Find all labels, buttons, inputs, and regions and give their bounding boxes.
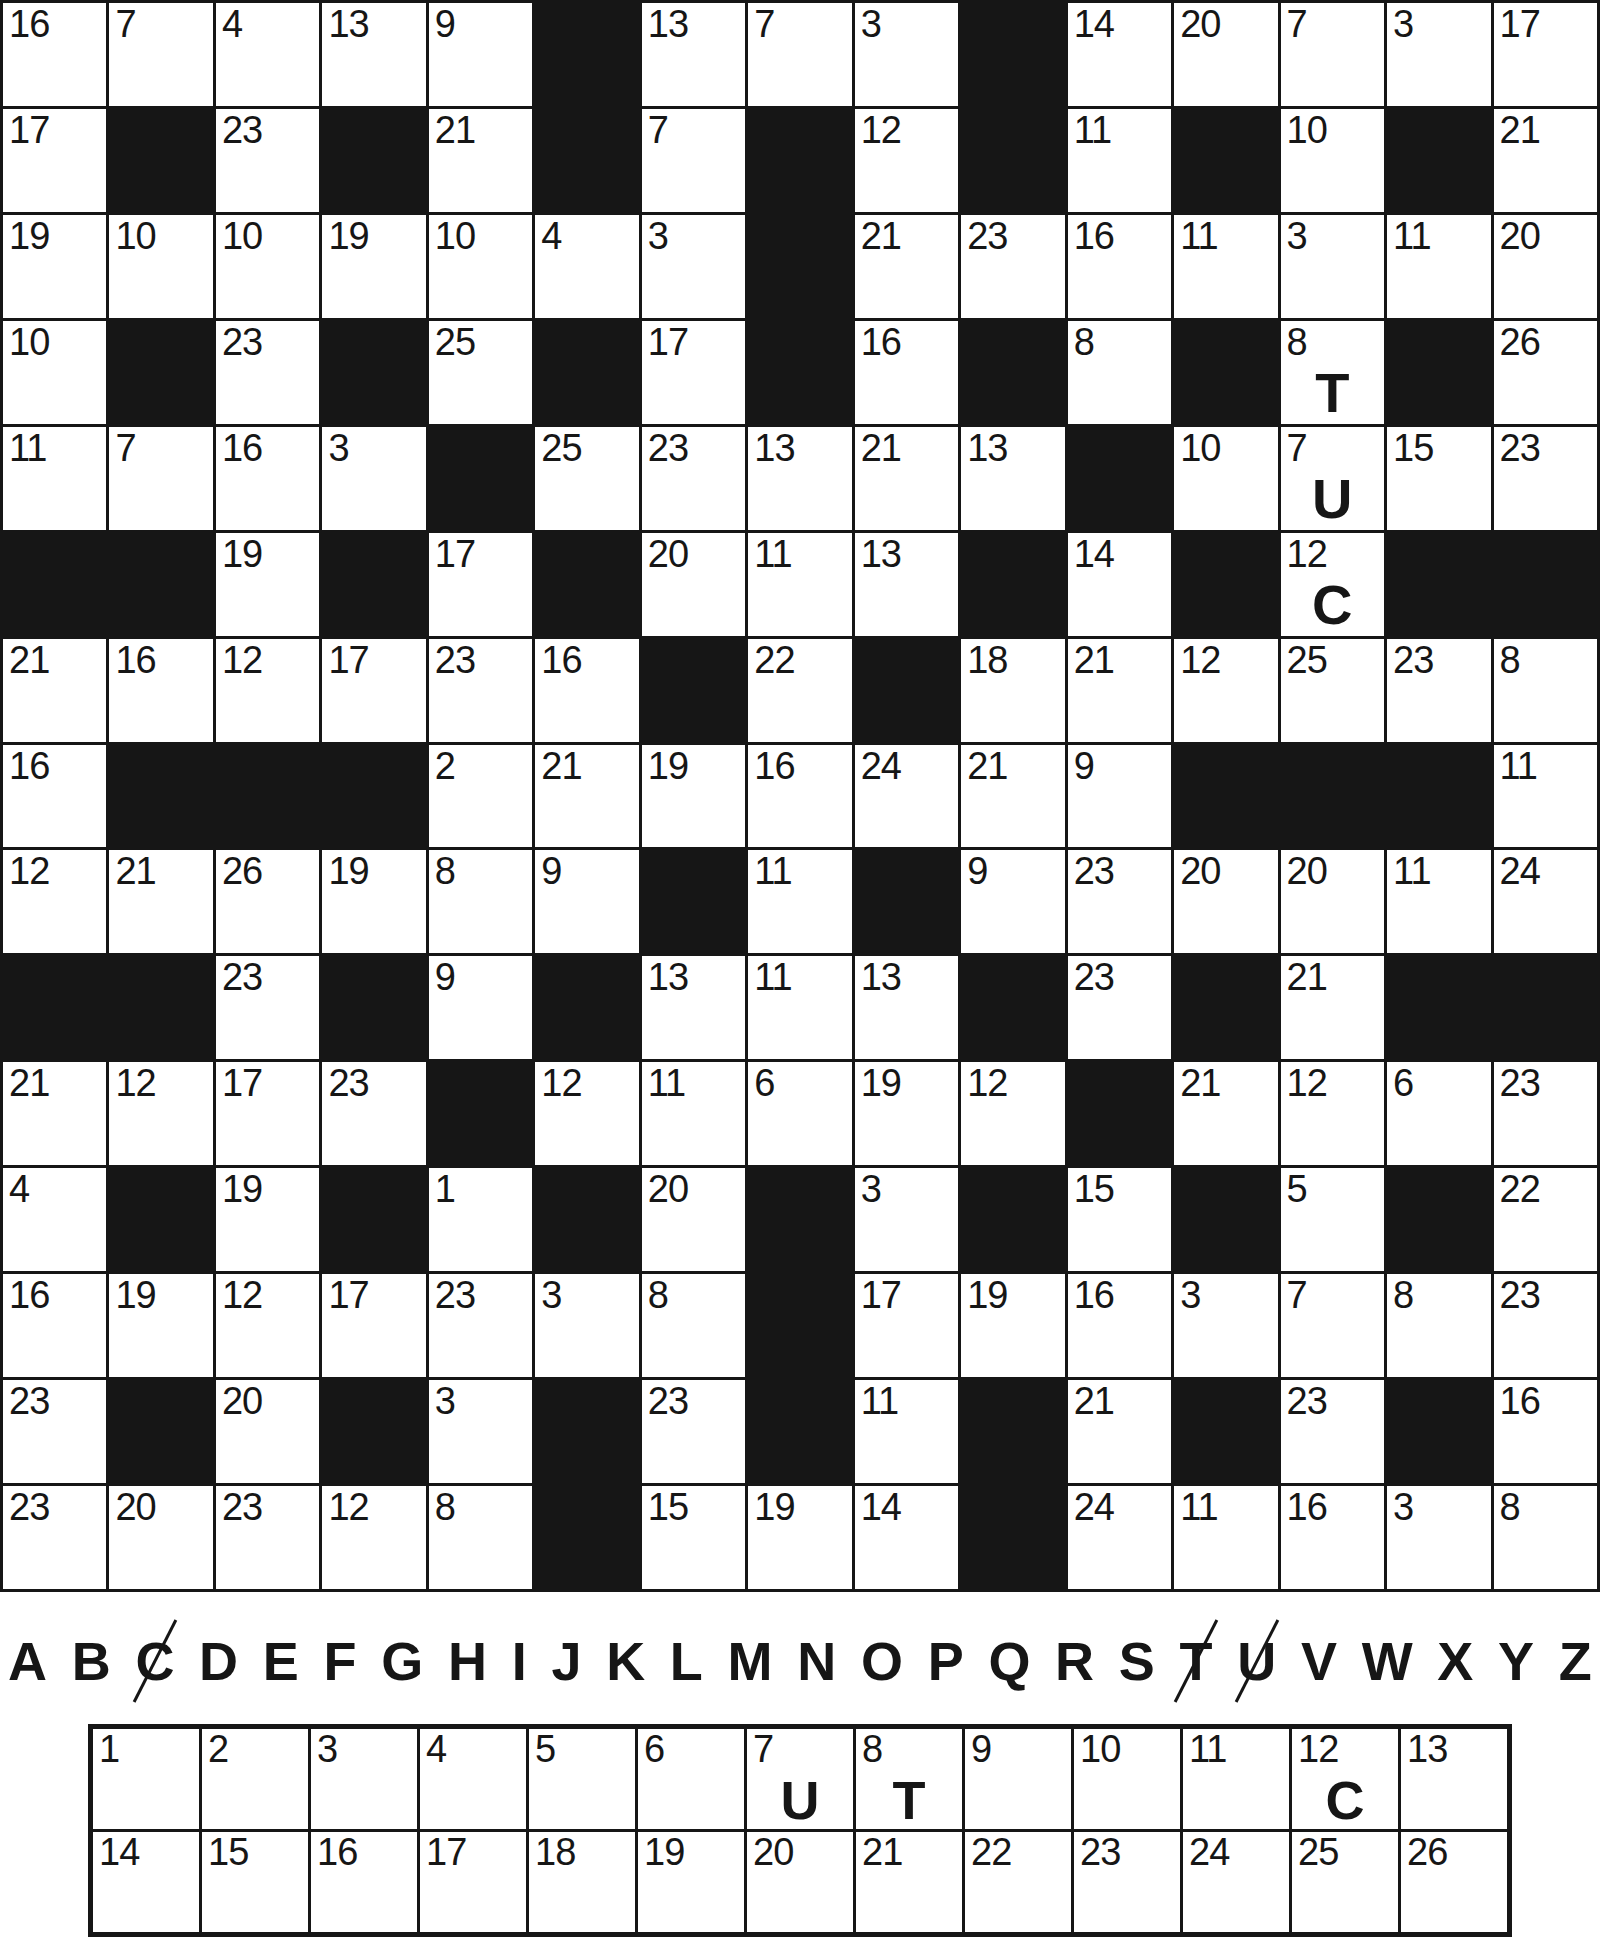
grid-cell-r9c10[interactable]: 9 (961, 850, 1064, 953)
grid-cell-r9c13[interactable]: 20 (1281, 850, 1384, 953)
grid-cell-r7c6[interactable]: 16 (535, 639, 638, 742)
black-cell-r8c2 (109, 745, 212, 848)
grid-cell-r5c4[interactable]: 3 (322, 427, 425, 530)
grid-cell-r5c9[interactable]: 21 (855, 427, 958, 530)
black-cell-r12c10 (961, 1168, 1064, 1271)
grid-cell-r8c15[interactable]: 11 (1494, 745, 1597, 848)
grid-cell-r15c4[interactable]: 12 (322, 1486, 425, 1589)
cell-number: 11 (1180, 216, 1217, 257)
alphabet-letter-V[interactable]: V (1301, 1626, 1337, 1696)
grid-cell-r13c4[interactable]: 17 (322, 1274, 425, 1377)
alphabet-letter-B[interactable]: B (72, 1626, 111, 1696)
grid-cell-r13c11[interactable]: 16 (1068, 1274, 1171, 1377)
grid-cell-r13c5[interactable]: 23 (429, 1274, 532, 1377)
alphabet-letter-C[interactable]: C (135, 1626, 174, 1696)
grid-cell-r13c14[interactable]: 8 (1387, 1274, 1490, 1377)
grid-cell-r1c14[interactable]: 3 (1387, 3, 1490, 106)
grid-cell-r2c13[interactable]: 10 (1281, 109, 1384, 212)
alphabet-letter-U[interactable]: U (1237, 1626, 1276, 1696)
black-cell-r12c12 (1174, 1168, 1277, 1271)
cell-number: 13 (861, 957, 901, 998)
ref-cell-25[interactable]: 25 (1292, 1832, 1398, 1932)
grid-cell-r3c2[interactable]: 10 (109, 215, 212, 318)
grid-cell-r13c2[interactable]: 19 (109, 1274, 212, 1377)
ref-cell-20[interactable]: 20 (747, 1832, 853, 1932)
grid-cell-r13c1[interactable]: 16 (3, 1274, 106, 1377)
ref-cell-17[interactable]: 17 (420, 1832, 526, 1932)
grid-cell-r11c4[interactable]: 23 (322, 1062, 425, 1165)
grid-cell-r13c9[interactable]: 17 (855, 1274, 958, 1377)
alphabet-letter-N[interactable]: N (797, 1626, 836, 1696)
cell-number: 21 (1074, 1381, 1114, 1422)
grid-cell-r3c6[interactable]: 4 (535, 215, 638, 318)
alphabet-letter-A[interactable]: A (8, 1626, 47, 1696)
cell-number: 11 (1393, 216, 1430, 257)
grid-cell-r6c3[interactable]: 19 (216, 533, 319, 636)
grid-cell-r11c14[interactable]: 6 (1387, 1062, 1490, 1165)
black-cell-r6c1 (3, 533, 106, 636)
grid-cell-r11c13[interactable]: 12 (1281, 1062, 1384, 1165)
grid-cell-r9c2[interactable]: 21 (109, 850, 212, 953)
grid-cell-r1c7[interactable]: 13 (642, 3, 745, 106)
alphabet-letter-D[interactable]: D (199, 1626, 238, 1696)
grid-cell-r9c11[interactable]: 23 (1068, 850, 1171, 953)
grid-cell-r1c13[interactable]: 7 (1281, 3, 1384, 106)
alphabet-letter-M[interactable]: M (728, 1626, 773, 1696)
grid-cell-r11c8[interactable]: 6 (748, 1062, 851, 1165)
grid-cell-r8c5[interactable]: 2 (429, 745, 532, 848)
black-cell-r14c10 (961, 1380, 1064, 1483)
ref-number: 5 (535, 1729, 555, 1770)
grid-cell-r9c6[interactable]: 9 (535, 850, 638, 953)
alphabet-letter-S[interactable]: S (1119, 1626, 1155, 1696)
grid-cell-r9c12[interactable]: 20 (1174, 850, 1277, 953)
grid-cell-r4c13[interactable]: 8T (1281, 321, 1384, 424)
grid-cell-r4c15[interactable]: 26 (1494, 321, 1597, 424)
cell-number: 19 (222, 1169, 262, 1210)
grid-cell-r15c8[interactable]: 19 (748, 1486, 851, 1589)
black-cell-r4c2 (109, 321, 212, 424)
grid-cell-r1c3[interactable]: 4 (216, 3, 319, 106)
ref-cell-12[interactable]: 12C (1292, 1729, 1398, 1829)
grid-cell-r13c6[interactable]: 3 (535, 1274, 638, 1377)
grid-cell-r2c1[interactable]: 17 (3, 109, 106, 212)
black-cell-r2c14 (1387, 109, 1490, 212)
ref-cell-2[interactable]: 2 (202, 1729, 308, 1829)
grid-cell-r14c11[interactable]: 21 (1068, 1380, 1171, 1483)
cell-number: 17 (648, 322, 688, 363)
ref-cell-21[interactable]: 21 (856, 1832, 962, 1932)
cell-number: 3 (861, 1169, 881, 1210)
grid-cell-r2c3[interactable]: 23 (216, 109, 319, 212)
grid-cell-r3c9[interactable]: 21 (855, 215, 958, 318)
cell-number: 10 (1180, 428, 1220, 469)
grid-cell-r3c7[interactable]: 3 (642, 215, 745, 318)
grid-cell-r12c15[interactable]: 22 (1494, 1168, 1597, 1271)
cell-number: 11 (9, 428, 46, 469)
ref-cell-15[interactable]: 15 (202, 1832, 308, 1932)
ref-cell-6[interactable]: 6 (638, 1729, 744, 1829)
cell-number: 9 (435, 4, 455, 45)
grid-cell-r13c12[interactable]: 3 (1174, 1274, 1277, 1377)
grid-cell-r7c15[interactable]: 8 (1494, 639, 1597, 742)
grid-cell-r11c12[interactable]: 21 (1174, 1062, 1277, 1165)
cell-number: 24 (1500, 851, 1540, 892)
alphabet-letter-H[interactable]: H (448, 1626, 487, 1696)
cell-number: 5 (1287, 1169, 1307, 1210)
grid-cell-r7c8[interactable]: 22 (748, 639, 851, 742)
grid-cell-r15c5[interactable]: 8 (429, 1486, 532, 1589)
cell-number: 17 (435, 534, 475, 575)
grid-cell-r4c7[interactable]: 17 (642, 321, 745, 424)
cell-number: 16 (1074, 216, 1114, 257)
alphabet-letter-O[interactable]: O (861, 1626, 903, 1696)
cell-number: 23 (967, 216, 1007, 257)
grid-cell-r3c12[interactable]: 11 (1174, 215, 1277, 318)
grid-cell-r8c1[interactable]: 16 (3, 745, 106, 848)
grid-cell-r5c6[interactable]: 25 (535, 427, 638, 530)
ref-cell-19[interactable]: 19 (638, 1832, 744, 1932)
black-cell-r12c2 (109, 1168, 212, 1271)
grid-cell-r12c5[interactable]: 1 (429, 1168, 532, 1271)
grid-cell-r3c1[interactable]: 19 (3, 215, 106, 318)
grid-cell-r15c9[interactable]: 14 (855, 1486, 958, 1589)
alphabet-letter-W[interactable]: W (1362, 1626, 1413, 1696)
alphabet-letter-I[interactable]: I (512, 1626, 527, 1696)
grid-cell-r15c11[interactable]: 24 (1068, 1486, 1171, 1589)
cell-number: 21 (1074, 640, 1114, 681)
alphabet-letter-E[interactable]: E (263, 1626, 299, 1696)
grid-cell-r13c7[interactable]: 8 (642, 1274, 745, 1377)
grid-cell-r11c1[interactable]: 21 (3, 1062, 106, 1165)
black-cell-r2c4 (322, 109, 425, 212)
cell-number: 26 (1500, 322, 1540, 363)
ref-cell-11[interactable]: 11 (1183, 1729, 1289, 1829)
cell-number: 6 (754, 1063, 774, 1104)
cell-number: 13 (328, 4, 368, 45)
grid-cell-r8c7[interactable]: 19 (642, 745, 745, 848)
grid-cell-r15c12[interactable]: 11 (1174, 1486, 1277, 1589)
grid-cell-r1c11[interactable]: 14 (1068, 3, 1171, 106)
page: 1674139137314207317172321712111021191010… (0, 0, 1600, 1937)
grid-cell-r15c2[interactable]: 20 (109, 1486, 212, 1589)
grid-cell-r8c8[interactable]: 16 (748, 745, 851, 848)
grid-cell-r9c14[interactable]: 11 (1387, 850, 1490, 953)
grid-cell-r9c5[interactable]: 8 (429, 850, 532, 953)
black-cell-r1c10 (961, 3, 1064, 106)
grid-cell-r9c15[interactable]: 24 (1494, 850, 1597, 953)
grid-cell-r3c10[interactable]: 23 (961, 215, 1064, 318)
ref-number: 23 (1080, 1832, 1120, 1873)
grid-cell-r8c6[interactable]: 21 (535, 745, 638, 848)
cell-number: 13 (754, 428, 794, 469)
grid-cell-r9c4[interactable]: 19 (322, 850, 425, 953)
black-cell-r4c12 (1174, 321, 1277, 424)
alphabet-letter-Y[interactable]: Y (1498, 1626, 1534, 1696)
cell-number: 23 (1500, 428, 1540, 469)
grid-cell-r1c1[interactable]: 16 (3, 3, 106, 106)
grid-cell-r14c7[interactable]: 23 (642, 1380, 745, 1483)
cell-number: 25 (435, 322, 475, 363)
grid-cell-r10c11[interactable]: 23 (1068, 956, 1171, 1059)
grid-cell-r12c7[interactable]: 20 (642, 1168, 745, 1271)
ref-letter: C (1292, 1773, 1398, 1827)
grid-cell-r4c5[interactable]: 25 (429, 321, 532, 424)
grid-cell-r10c7[interactable]: 13 (642, 956, 745, 1059)
ref-number: 9 (971, 1729, 991, 1770)
cell-number: 13 (861, 534, 901, 575)
alphabet-letter-P[interactable]: P (928, 1626, 964, 1696)
ref-cell-26[interactable]: 26 (1401, 1832, 1507, 1932)
grid-cell-r4c1[interactable]: 10 (3, 321, 106, 424)
grid-cell-r14c9[interactable]: 11 (855, 1380, 958, 1483)
black-cell-r10c1 (3, 956, 106, 1059)
cell-number: 2 (435, 746, 455, 787)
grid-cell-r1c2[interactable]: 7 (109, 3, 212, 106)
grid-cell-r5c3[interactable]: 16 (216, 427, 319, 530)
black-cell-r11c5 (429, 1062, 532, 1165)
grid-cell-r2c7[interactable]: 7 (642, 109, 745, 212)
ref-cell-24[interactable]: 24 (1183, 1832, 1289, 1932)
grid-cell-r3c15[interactable]: 20 (1494, 215, 1597, 318)
grid-cell-r12c3[interactable]: 19 (216, 1168, 319, 1271)
grid-cell-r5c14[interactable]: 15 (1387, 427, 1490, 530)
cell-number: 3 (648, 216, 668, 257)
grid-cell-r9c1[interactable]: 12 (3, 850, 106, 953)
grid-cell-r11c15[interactable]: 23 (1494, 1062, 1597, 1165)
grid-cell-r7c2[interactable]: 16 (109, 639, 212, 742)
cell-number: 3 (1287, 216, 1307, 257)
ref-cell-9[interactable]: 9 (965, 1729, 1071, 1829)
grid-cell-r5c15[interactable]: 23 (1494, 427, 1597, 530)
cell-number: 19 (754, 1487, 794, 1528)
grid-cell-r7c13[interactable]: 25 (1281, 639, 1384, 742)
ref-cell-4[interactable]: 4 (420, 1729, 526, 1829)
grid-cell-r3c13[interactable]: 3 (1281, 215, 1384, 318)
grid-cell-r8c10[interactable]: 21 (961, 745, 1064, 848)
grid-cell-r7c14[interactable]: 23 (1387, 639, 1490, 742)
ref-cell-1[interactable]: 1 (93, 1729, 199, 1829)
ref-cell-18[interactable]: 18 (529, 1832, 635, 1932)
cell-number: 6 (1393, 1063, 1413, 1104)
grid-cell-r11c6[interactable]: 12 (535, 1062, 638, 1165)
grid-cell-r1c8[interactable]: 7 (748, 3, 851, 106)
grid-cell-r10c3[interactable]: 23 (216, 956, 319, 1059)
grid-cell-r7c11[interactable]: 21 (1068, 639, 1171, 742)
alphabet-letter-K[interactable]: K (606, 1626, 645, 1696)
grid-cell-r7c10[interactable]: 18 (961, 639, 1064, 742)
cell-number: 19 (328, 216, 368, 257)
grid-cell-r11c10[interactable]: 12 (961, 1062, 1064, 1165)
cell-number: 16 (754, 746, 794, 787)
ref-cell-22[interactable]: 22 (965, 1832, 1071, 1932)
grid-cell-r11c3[interactable]: 17 (216, 1062, 319, 1165)
grid-cell-r12c1[interactable]: 4 (3, 1168, 106, 1271)
cell-number: 21 (541, 746, 581, 787)
cell-number: 3 (435, 1381, 455, 1422)
grid-cell-r10c5[interactable]: 9 (429, 956, 532, 1059)
grid-cell-r3c11[interactable]: 16 (1068, 215, 1171, 318)
cell-number: 9 (967, 851, 987, 892)
grid-cell-r5c8[interactable]: 13 (748, 427, 851, 530)
grid-cell-r11c2[interactable]: 12 (109, 1062, 212, 1165)
grid-cell-r1c5[interactable]: 9 (429, 3, 532, 106)
alphabet-letter-L[interactable]: L (670, 1626, 703, 1696)
ref-cell-23[interactable]: 23 (1074, 1832, 1180, 1932)
grid-cell-r1c12[interactable]: 20 (1174, 3, 1277, 106)
ref-cell-8[interactable]: 8T (856, 1729, 962, 1829)
grid-cell-r1c15[interactable]: 17 (1494, 3, 1597, 106)
grid-cell-r10c8[interactable]: 11 (748, 956, 851, 1059)
ref-cell-7[interactable]: 7U (747, 1729, 853, 1829)
grid-cell-r6c8[interactable]: 11 (748, 533, 851, 636)
grid-cell-r10c13[interactable]: 21 (1281, 956, 1384, 1059)
ref-number: 24 (1189, 1832, 1229, 1873)
cell-number: 23 (9, 1487, 49, 1528)
grid-cell-r2c15[interactable]: 21 (1494, 109, 1597, 212)
cell-number: 15 (1074, 1169, 1114, 1210)
black-cell-r8c13 (1281, 745, 1384, 848)
black-cell-r14c8 (748, 1380, 851, 1483)
alphabet-letter-Z[interactable]: Z (1559, 1626, 1592, 1696)
grid-cell-r13c15[interactable]: 23 (1494, 1274, 1597, 1377)
black-cell-r10c6 (535, 956, 638, 1059)
cell-number: 14 (861, 1487, 901, 1528)
grid-cell-r3c14[interactable]: 11 (1387, 215, 1490, 318)
alphabet-letter-X[interactable]: X (1437, 1626, 1473, 1696)
cell-number: 13 (648, 4, 688, 45)
cell-number: 3 (1393, 4, 1413, 45)
grid-cell-r12c13[interactable]: 5 (1281, 1168, 1384, 1271)
grid-cell-r1c9[interactable]: 3 (855, 3, 958, 106)
grid-cell-r15c7[interactable]: 15 (642, 1486, 745, 1589)
grid-cell-r15c3[interactable]: 23 (216, 1486, 319, 1589)
grid-cell-r13c3[interactable]: 12 (216, 1274, 319, 1377)
black-cell-r7c9 (855, 639, 958, 742)
cell-number: 16 (9, 746, 49, 787)
cell-number: 23 (435, 1275, 475, 1316)
ref-cell-16[interactable]: 16 (311, 1832, 417, 1932)
grid-cell-r7c3[interactable]: 12 (216, 639, 319, 742)
grid-cell-r6c13[interactable]: 12C (1281, 533, 1384, 636)
black-cell-r4c4 (322, 321, 425, 424)
grid-cell-r14c1[interactable]: 23 (3, 1380, 106, 1483)
black-cell-r3c8 (748, 215, 851, 318)
grid-cell-r8c9[interactable]: 24 (855, 745, 958, 848)
black-cell-r6c15 (1494, 533, 1597, 636)
grid-cell-r7c1[interactable]: 21 (3, 639, 106, 742)
cell-number: 19 (222, 534, 262, 575)
alphabet-letter-Q[interactable]: Q (988, 1626, 1030, 1696)
reference-table: 1234567U8T9101112C1314151617181920212223… (88, 1724, 1512, 1937)
grid-cell-r4c3[interactable]: 23 (216, 321, 319, 424)
grid-cell-r14c13[interactable]: 23 (1281, 1380, 1384, 1483)
grid-cell-r5c10[interactable]: 13 (961, 427, 1064, 530)
grid-cell-r14c3[interactable]: 20 (216, 1380, 319, 1483)
cell-number: 12 (541, 1063, 581, 1104)
ref-number: 15 (208, 1832, 248, 1873)
grid-cell-r15c14[interactable]: 3 (1387, 1486, 1490, 1589)
ref-cell-10[interactable]: 10 (1074, 1729, 1180, 1829)
black-cell-r8c4 (322, 745, 425, 848)
cell-number: 23 (1500, 1275, 1540, 1316)
grid-cell-r3c4[interactable]: 19 (322, 215, 425, 318)
grid-cell-r4c9[interactable]: 16 (855, 321, 958, 424)
cell-number: 8 (1500, 640, 1520, 681)
grid-cell-r6c5[interactable]: 17 (429, 533, 532, 636)
grid-cell-r5c2[interactable]: 7 (109, 427, 212, 530)
grid-cell-r5c1[interactable]: 11 (3, 427, 106, 530)
cell-number: 15 (648, 1487, 688, 1528)
grid-cell-r7c5[interactable]: 23 (429, 639, 532, 742)
black-cell-r14c6 (535, 1380, 638, 1483)
grid-cell-r15c1[interactable]: 23 (3, 1486, 106, 1589)
grid-cell-r14c5[interactable]: 3 (429, 1380, 532, 1483)
grid-cell-r6c9[interactable]: 13 (855, 533, 958, 636)
alphabet-letter-F[interactable]: F (324, 1626, 357, 1696)
cell-number: 8 (1074, 322, 1094, 363)
grid-cell-r5c7[interactable]: 23 (642, 427, 745, 530)
grid-cell-r2c5[interactable]: 21 (429, 109, 532, 212)
ref-cell-3[interactable]: 3 (311, 1729, 417, 1829)
grid-cell-r6c7[interactable]: 20 (642, 533, 745, 636)
grid-cell-r13c13[interactable]: 7 (1281, 1274, 1384, 1377)
alphabet-letter-R[interactable]: R (1055, 1626, 1094, 1696)
ref-cell-14[interactable]: 14 (93, 1832, 199, 1932)
cell-number: 12 (9, 851, 49, 892)
grid-cell-r2c11[interactable]: 11 (1068, 109, 1171, 212)
grid-cell-r15c15[interactable]: 8 (1494, 1486, 1597, 1589)
grid-cell-r7c4[interactable]: 17 (322, 639, 425, 742)
grid-cell-r12c9[interactable]: 3 (855, 1168, 958, 1271)
ref-cell-5[interactable]: 5 (529, 1729, 635, 1829)
grid-cell-r3c5[interactable]: 10 (429, 215, 532, 318)
grid-cell-r14c15[interactable]: 16 (1494, 1380, 1597, 1483)
grid-cell-r12c11[interactable]: 15 (1068, 1168, 1171, 1271)
cell-number: 3 (541, 1275, 561, 1316)
cell-number: 23 (1393, 640, 1433, 681)
cell-number: 10 (435, 216, 475, 257)
grid-cell-r5c12[interactable]: 10 (1174, 427, 1277, 530)
grid-cell-r4c11[interactable]: 8 (1068, 321, 1171, 424)
grid-cell-r15c13[interactable]: 16 (1281, 1486, 1384, 1589)
grid-cell-r6c11[interactable]: 14 (1068, 533, 1171, 636)
grid-cell-r11c9[interactable]: 19 (855, 1062, 958, 1165)
grid-cell-r11c7[interactable]: 11 (642, 1062, 745, 1165)
grid-cell-r2c9[interactable]: 12 (855, 109, 958, 212)
grid-cell-r13c10[interactable]: 19 (961, 1274, 1064, 1377)
grid-cell-r9c3[interactable]: 26 (216, 850, 319, 953)
grid-cell-r5c13[interactable]: 7U (1281, 427, 1384, 530)
grid-cell-r7c12[interactable]: 12 (1174, 639, 1277, 742)
cell-number: 7 (648, 110, 668, 151)
cell-number: 24 (861, 746, 901, 787)
alphabet-letter-J[interactable]: J (551, 1626, 581, 1696)
black-cell-r15c6 (535, 1486, 638, 1589)
alphabet-letter-G[interactable]: G (381, 1626, 423, 1696)
alphabet-letter-T[interactable]: T (1180, 1626, 1213, 1696)
grid-cell-r8c11[interactable]: 9 (1068, 745, 1171, 848)
grid-cell-r10c9[interactable]: 13 (855, 956, 958, 1059)
ref-number: 14 (99, 1832, 139, 1873)
grid-cell-r9c8[interactable]: 11 (748, 850, 851, 953)
cell-number: 3 (1393, 1487, 1413, 1528)
grid-cell-r3c3[interactable]: 10 (216, 215, 319, 318)
black-cell-r14c14 (1387, 1380, 1490, 1483)
grid-cell-r1c4[interactable]: 13 (322, 3, 425, 106)
ref-cell-13[interactable]: 13 (1401, 1729, 1507, 1829)
cell-number: 19 (9, 216, 49, 257)
